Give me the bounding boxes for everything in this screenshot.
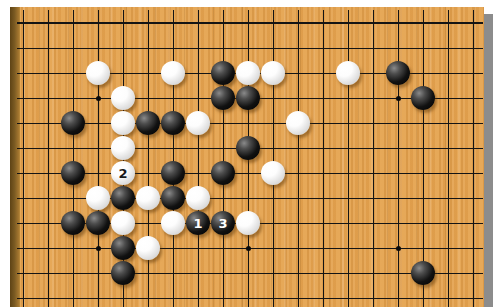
black-stone[interactable] xyxy=(211,61,235,85)
go-diagram: 213 xyxy=(0,0,500,307)
black-stone[interactable] xyxy=(161,161,185,185)
black-stone[interactable]: 1 xyxy=(186,211,210,235)
white-stone[interactable] xyxy=(111,111,135,135)
white-stone[interactable] xyxy=(136,236,160,260)
move-number-label: 3 xyxy=(218,217,227,230)
white-stone[interactable] xyxy=(111,211,135,235)
black-stone[interactable] xyxy=(411,261,435,285)
white-stone[interactable] xyxy=(161,211,185,235)
black-stone[interactable] xyxy=(86,211,110,235)
white-stone[interactable] xyxy=(336,61,360,85)
black-stone[interactable] xyxy=(111,186,135,210)
white-stone[interactable]: 2 xyxy=(111,161,135,185)
black-stone[interactable] xyxy=(236,86,260,110)
white-stone[interactable] xyxy=(86,61,110,85)
white-stone[interactable] xyxy=(236,61,260,85)
white-stone[interactable] xyxy=(86,186,110,210)
black-stone[interactable] xyxy=(61,111,85,135)
white-stone[interactable] xyxy=(136,186,160,210)
white-stone[interactable] xyxy=(161,61,185,85)
black-stone[interactable] xyxy=(161,186,185,210)
white-stone[interactable] xyxy=(111,86,135,110)
black-stone[interactable] xyxy=(136,111,160,135)
black-stone[interactable] xyxy=(236,136,260,160)
white-stone[interactable] xyxy=(261,161,285,185)
black-stone[interactable] xyxy=(211,161,235,185)
black-stone[interactable] xyxy=(386,61,410,85)
stones-layer: 213 xyxy=(11,11,486,307)
white-stone[interactable] xyxy=(286,111,310,135)
black-stone[interactable] xyxy=(111,236,135,260)
move-number-label: 2 xyxy=(118,167,127,180)
goban[interactable]: 213 xyxy=(10,7,484,307)
white-stone[interactable] xyxy=(186,111,210,135)
black-stone[interactable] xyxy=(411,86,435,110)
white-stone[interactable] xyxy=(111,136,135,160)
black-stone[interactable] xyxy=(211,86,235,110)
black-stone[interactable]: 3 xyxy=(211,211,235,235)
black-stone[interactable] xyxy=(61,161,85,185)
white-stone[interactable] xyxy=(261,61,285,85)
white-stone[interactable] xyxy=(236,211,260,235)
white-stone[interactable] xyxy=(186,186,210,210)
black-stone[interactable] xyxy=(161,111,185,135)
move-number-label: 1 xyxy=(193,217,202,230)
black-stone[interactable] xyxy=(111,261,135,285)
black-stone[interactable] xyxy=(61,211,85,235)
